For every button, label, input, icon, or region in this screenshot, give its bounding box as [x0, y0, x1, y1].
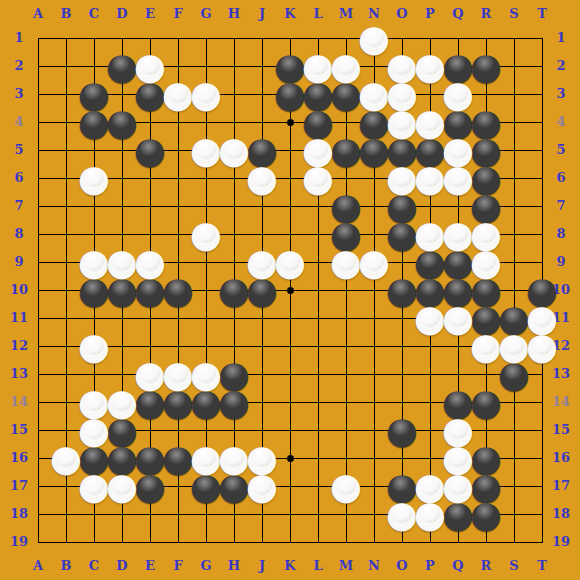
coordinate-label: G: [192, 557, 220, 575]
stone-white: ●: [500, 332, 528, 360]
stone-white: ●: [528, 332, 556, 360]
coordinate-label: 9: [0, 248, 38, 276]
stone-white: ●: [52, 444, 80, 472]
coordinate-label: F: [164, 557, 192, 575]
coordinate-label: 16: [0, 444, 38, 472]
coordinate-label: 13: [0, 360, 38, 388]
coordinate-label: 17: [544, 472, 578, 500]
coordinate-label: M: [332, 5, 360, 23]
stone-white: ●: [416, 164, 444, 192]
coordinate-label: H: [220, 557, 248, 575]
coordinate-label: P: [416, 557, 444, 575]
coordinate-label: 4: [544, 108, 578, 136]
coordinate-label: T: [528, 557, 556, 575]
coordinate-label: J: [248, 5, 276, 23]
stone-white: ●: [332, 248, 360, 276]
stone-white: ●: [304, 164, 332, 192]
stone-white: ●: [444, 472, 472, 500]
coordinate-label: 3: [544, 80, 578, 108]
coordinate-label: Q: [444, 5, 472, 23]
stone-white: ●: [248, 164, 276, 192]
coordinate-label: 3: [0, 80, 38, 108]
coordinate-label: B: [52, 557, 80, 575]
coordinate-label: 15: [544, 416, 578, 444]
stone-black: ●: [388, 416, 416, 444]
coordinate-label: 19: [544, 528, 578, 556]
coordinate-label: A: [24, 5, 52, 23]
stone-black: ●: [220, 276, 248, 304]
coordinate-label: 6: [544, 164, 578, 192]
coordinate-label: G: [192, 5, 220, 23]
stone-black: ●: [388, 220, 416, 248]
coordinate-label: E: [136, 5, 164, 23]
stone-white: ●: [332, 472, 360, 500]
stone-white: ●: [444, 304, 472, 332]
coordinate-label: C: [80, 557, 108, 575]
stone-white: ●: [332, 52, 360, 80]
coordinate-label: 1: [0, 24, 38, 52]
stone-black: ●: [220, 388, 248, 416]
stone-white: ●: [164, 80, 192, 108]
coordinate-label: O: [388, 5, 416, 23]
stone-white: ●: [108, 388, 136, 416]
stone-white: ●: [80, 332, 108, 360]
stone-white: ●: [80, 164, 108, 192]
coordinate-label: 2: [0, 52, 38, 80]
stone-white: ●: [444, 220, 472, 248]
stone-white: ●: [192, 80, 220, 108]
stone-white: ●: [388, 164, 416, 192]
coordinate-label: L: [304, 5, 332, 23]
stone-black: ●: [388, 276, 416, 304]
coordinate-label: L: [304, 557, 332, 575]
stone-white: ●: [416, 220, 444, 248]
coordinate-label: C: [80, 5, 108, 23]
stone-white: ●: [164, 360, 192, 388]
coordinate-label: 18: [0, 500, 38, 528]
stone-black: ●: [360, 136, 388, 164]
coordinate-label: 16: [544, 444, 578, 472]
coordinate-label: 5: [0, 136, 38, 164]
coordinate-label: 18: [544, 500, 578, 528]
stone-white: ●: [248, 248, 276, 276]
coordinate-label: 8: [544, 220, 578, 248]
coordinate-label: 17: [0, 472, 38, 500]
coordinate-label: F: [164, 5, 192, 23]
stone-white: ●: [444, 80, 472, 108]
coordinate-label: 4: [0, 108, 38, 136]
coordinate-label: E: [136, 557, 164, 575]
stone-white: ●: [192, 220, 220, 248]
coordinate-label: 1: [544, 24, 578, 52]
coordinate-label: Q: [444, 557, 472, 575]
coordinate-label: 19: [0, 528, 38, 556]
coordinate-label: A: [24, 557, 52, 575]
coordinate-label: 14: [544, 388, 578, 416]
stone-white: ●: [360, 24, 388, 52]
stone-white: ●: [416, 108, 444, 136]
stone-white: ●: [472, 248, 500, 276]
stone-white: ●: [136, 360, 164, 388]
stone-black: ●: [136, 472, 164, 500]
coordinate-label: O: [388, 557, 416, 575]
coordinate-label: 12: [0, 332, 38, 360]
coordinate-label: P: [416, 5, 444, 23]
stone-black: ●: [472, 500, 500, 528]
star-point: [287, 287, 294, 294]
star-point: [287, 455, 294, 462]
stone-white: ●: [472, 332, 500, 360]
coordinate-label: 2: [544, 52, 578, 80]
coordinate-label: J: [248, 557, 276, 575]
stone-black: ●: [108, 108, 136, 136]
stone-white: ●: [136, 52, 164, 80]
stone-white: ●: [388, 500, 416, 528]
coordinate-label: M: [332, 557, 360, 575]
stone-white: ●: [136, 248, 164, 276]
coordinate-label: N: [360, 557, 388, 575]
stone-black: ●: [108, 52, 136, 80]
stone-white: ●: [192, 360, 220, 388]
stone-black: ●: [276, 80, 304, 108]
coordinate-label: S: [500, 557, 528, 575]
stone-white: ●: [80, 248, 108, 276]
coordinate-label: 14: [0, 388, 38, 416]
coordinate-label: 15: [0, 416, 38, 444]
stone-white: ●: [416, 304, 444, 332]
stone-white: ●: [360, 248, 388, 276]
stone-white: ●: [192, 136, 220, 164]
coordinate-label: T: [528, 5, 556, 23]
coordinate-label: K: [276, 557, 304, 575]
stone-white: ●: [444, 164, 472, 192]
stone-white: ●: [416, 500, 444, 528]
stone-white: ●: [220, 444, 248, 472]
coordinate-label: R: [472, 557, 500, 575]
coordinate-label: 5: [544, 136, 578, 164]
stone-white: ●: [276, 248, 304, 276]
stone-black: ●: [136, 136, 164, 164]
stone-white: ●: [360, 80, 388, 108]
stone-white: ●: [108, 248, 136, 276]
stone-black: ●: [80, 108, 108, 136]
stone-white: ●: [108, 472, 136, 500]
stone-white: ●: [220, 136, 248, 164]
coordinate-label: B: [52, 5, 80, 23]
coordinate-label: 6: [0, 164, 38, 192]
stone-black: ●: [472, 52, 500, 80]
board-intersections[interactable]: ●●●●●●●●●●●●●●●●●●●●●●●●●●●●●●●●●●●●●●●●…: [24, 24, 556, 556]
coordinate-label: S: [500, 5, 528, 23]
coordinate-label: D: [108, 5, 136, 23]
stone-white: ●: [388, 108, 416, 136]
stone-black: ●: [164, 444, 192, 472]
coordinate-label: 7: [0, 192, 38, 220]
coordinate-label: 10: [0, 276, 38, 304]
stone-white: ●: [80, 472, 108, 500]
stone-white: ●: [416, 52, 444, 80]
coordinate-label: H: [220, 5, 248, 23]
coordinate-label: D: [108, 557, 136, 575]
stone-black: ●: [164, 276, 192, 304]
stone-black: ●: [332, 136, 360, 164]
stone-white: ●: [192, 444, 220, 472]
coordinate-label: 7: [544, 192, 578, 220]
stone-black: ●: [472, 388, 500, 416]
coordinate-label: R: [472, 5, 500, 23]
stone-white: ●: [304, 52, 332, 80]
stone-white: ●: [248, 472, 276, 500]
stone-white: ●: [80, 416, 108, 444]
coordinate-label: 11: [0, 304, 38, 332]
coordinate-label: K: [276, 5, 304, 23]
star-point: [287, 119, 294, 126]
go-board[interactable]: ●●●●●●●●●●●●●●●●●●●●●●●●●●●●●●●●●●●●●●●●…: [0, 0, 580, 580]
coordinate-label: 8: [0, 220, 38, 248]
